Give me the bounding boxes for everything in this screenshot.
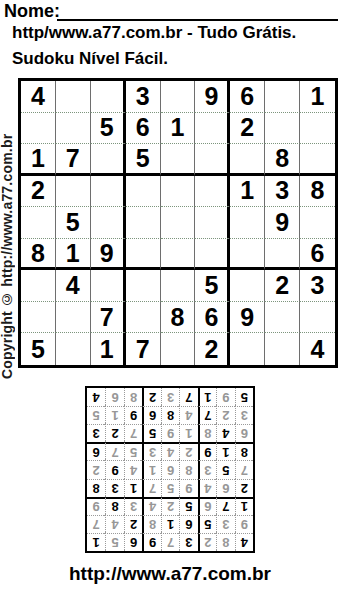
- puzzle-cell-r5c6[interactable]: [195, 207, 230, 239]
- solution-cell-r3c1: 1: [235, 497, 253, 515]
- puzzle-cell-r5c4[interactable]: [126, 207, 161, 239]
- puzzle-cell-r4c7: 1: [230, 176, 265, 208]
- solution-cell-r7c9: 3: [87, 424, 105, 442]
- solution-cell-r9c2: 9: [216, 388, 234, 406]
- solution-cell-r7c3: 8: [198, 424, 216, 442]
- solution-cell-r5c2: 5: [216, 460, 234, 478]
- puzzle-cell-r9c5[interactable]: [161, 333, 196, 365]
- puzzle-cell-r4c2[interactable]: [56, 176, 91, 208]
- puzzle-cell-r8c9[interactable]: [300, 302, 335, 334]
- puzzle-cell-r5c9[interactable]: [300, 207, 335, 239]
- name-label: Nome:: [4, 1, 60, 22]
- puzzle-cell-r2c7: 2: [230, 113, 265, 145]
- solution-cell-r2c9: 7: [87, 515, 105, 533]
- solution-cell-r6c4: 2: [179, 442, 197, 460]
- solution-cell-r2c3: 5: [198, 515, 216, 533]
- puzzle-cell-r9c1: 5: [21, 333, 56, 365]
- puzzle-cell-r8c1[interactable]: [21, 302, 56, 334]
- solution-cell-r9c5: 3: [161, 388, 179, 406]
- puzzle-cell-r4c6[interactable]: [195, 176, 230, 208]
- puzzle-cell-r7c7[interactable]: [230, 270, 265, 302]
- puzzle-cell-r5c3[interactable]: [91, 207, 126, 239]
- puzzle-cell-r6c5[interactable]: [161, 239, 196, 271]
- puzzle-level-title: Sudoku Nível Fácil.: [12, 49, 168, 69]
- solution-cell-r6c3: 9: [198, 442, 216, 460]
- solution-cell-r9c8: 6: [105, 388, 123, 406]
- solution-cell-r5c8: 9: [105, 460, 123, 478]
- solution-cell-r1c6: 9: [142, 533, 160, 551]
- solution-cell-r3c6: 4: [142, 497, 160, 515]
- puzzle-cell-r6c4[interactable]: [126, 239, 161, 271]
- solution-cell-r8c3: 7: [198, 406, 216, 424]
- solution-cell-r8c6: 6: [142, 406, 160, 424]
- puzzle-cell-r1c1: 4: [21, 81, 56, 113]
- puzzle-cell-r8c2[interactable]: [56, 302, 91, 334]
- puzzle-cell-r6c6[interactable]: [195, 239, 230, 271]
- puzzle-cell-r6c9: 6: [300, 239, 335, 271]
- solution-cell-r7c2: 4: [216, 424, 234, 442]
- puzzle-cell-r9c6: 2: [195, 333, 230, 365]
- puzzle-cell-r6c2: 1: [56, 239, 91, 271]
- puzzle-cell-r8c8[interactable]: [265, 302, 300, 334]
- solution-cell-r2c4: 6: [179, 515, 197, 533]
- solution-cell-r7c5: 9: [161, 424, 179, 442]
- puzzle-cell-r2c8[interactable]: [265, 113, 300, 145]
- puzzle-cell-r4c9: 8: [300, 176, 335, 208]
- puzzle-cell-r8c6: 6: [195, 302, 230, 334]
- puzzle-cell-r1c2[interactable]: [56, 81, 91, 113]
- solution-cell-r1c8: 5: [105, 533, 123, 551]
- puzzle-cell-r7c3[interactable]: [91, 270, 126, 302]
- solution-cell-r4c5: 5: [161, 479, 179, 497]
- solution-cell-r5c7: 4: [124, 460, 142, 478]
- puzzle-cell-r3c1: 1: [21, 144, 56, 176]
- puzzle-cell-r2c4: 6: [126, 113, 161, 145]
- puzzle-cell-r3c5[interactable]: [161, 144, 196, 176]
- solution-cell-r1c4: 3: [179, 533, 197, 551]
- puzzle-cell-r1c8[interactable]: [265, 81, 300, 113]
- solution-cell-r2c8: 4: [105, 515, 123, 533]
- puzzle-cell-r1c6: 9: [195, 81, 230, 113]
- solution-cell-r8c9: 5: [87, 406, 105, 424]
- solution-cell-r5c4: 8: [179, 460, 197, 478]
- solution-cell-r2c6: 8: [142, 515, 160, 533]
- solution-cell-r5c3: 3: [198, 460, 216, 478]
- solution-cell-r1c2: 8: [216, 533, 234, 551]
- puzzle-cell-r9c7[interactable]: [230, 333, 265, 365]
- solution-cell-r3c3: 6: [198, 497, 216, 515]
- site-title: http/www.a77.com.br - Tudo Grátis.: [12, 23, 296, 43]
- solution-cell-r4c2: 6: [216, 479, 234, 497]
- solution-cell-r5c6: 1: [142, 460, 160, 478]
- solution-cell-r5c1: 7: [235, 460, 253, 478]
- solution-cell-r8c8: 1: [105, 406, 123, 424]
- puzzle-cell-r7c2: 4: [56, 270, 91, 302]
- solution-cell-r9c7: 8: [124, 388, 142, 406]
- puzzle-cell-r1c3[interactable]: [91, 81, 126, 113]
- solution-cell-r7c6: 5: [142, 424, 160, 442]
- solution-cell-r3c5: 2: [161, 497, 179, 515]
- solution-cell-r4c3: 4: [198, 479, 216, 497]
- solution-cell-r9c1: 5: [235, 388, 253, 406]
- puzzle-cell-r1c7: 6: [230, 81, 265, 113]
- sudoku-solution-grid-rotated: 4823796519356182471765243892649571387538…: [85, 386, 255, 553]
- footer-url: http://www.a77.com.br: [0, 563, 340, 585]
- puzzle-cell-r2c3: 5: [91, 113, 126, 145]
- solution-cell-r4c4: 9: [179, 479, 197, 497]
- copyright-vertical-text: Copyright © http://www.a77.com.br: [0, 80, 18, 432]
- puzzle-cell-r9c4: 7: [126, 333, 161, 365]
- puzzle-cell-r9c9: 4: [300, 333, 335, 365]
- solution-cell-r9c9: 4: [87, 388, 105, 406]
- puzzle-cell-r4c5[interactable]: [161, 176, 196, 208]
- puzzle-cell-r6c8[interactable]: [265, 239, 300, 271]
- puzzle-cell-r7c9: 3: [300, 270, 335, 302]
- puzzle-cell-r8c7: 9: [230, 302, 265, 334]
- solution-cell-r1c5: 7: [161, 533, 179, 551]
- solution-cell-r2c7: 2: [124, 515, 142, 533]
- sudoku-puzzle-grid: 439615612175821385981964523786951724: [18, 78, 338, 368]
- solution-cell-r1c9: 1: [87, 533, 105, 551]
- puzzle-cell-r2c6[interactable]: [195, 113, 230, 145]
- solution-cell-r8c5: 8: [161, 406, 179, 424]
- solution-cell-r6c2: 1: [216, 442, 234, 460]
- puzzle-cell-r3c3[interactable]: [91, 144, 126, 176]
- solution-cell-r6c5: 4: [161, 442, 179, 460]
- solution-cell-r4c7: 1: [124, 479, 142, 497]
- puzzle-cell-r4c4[interactable]: [126, 176, 161, 208]
- puzzle-cell-r8c5: 8: [161, 302, 196, 334]
- puzzle-cell-r3c4: 5: [126, 144, 161, 176]
- puzzle-cell-r3c8: 8: [265, 144, 300, 176]
- puzzle-cell-r7c1[interactable]: [21, 270, 56, 302]
- solution-cell-r6c9: 6: [87, 442, 105, 460]
- name-blank-line: [57, 19, 338, 21]
- solution-cell-r7c7: 7: [124, 424, 142, 442]
- puzzle-cell-r8c3: 7: [91, 302, 126, 334]
- solution-cell-r8c7: 9: [124, 406, 142, 424]
- puzzle-cell-r6c7[interactable]: [230, 239, 265, 271]
- solution-cell-r2c2: 3: [216, 515, 234, 533]
- puzzle-cell-r5c8: 9: [265, 207, 300, 239]
- puzzle-cell-r4c3[interactable]: [91, 176, 126, 208]
- puzzle-cell-r9c2[interactable]: [56, 333, 91, 365]
- solution-cell-r2c1: 9: [235, 515, 253, 533]
- solution-cell-r7c1: 6: [235, 424, 253, 442]
- solution-cell-r9c6: 2: [142, 388, 160, 406]
- puzzle-cell-r6c1: 8: [21, 239, 56, 271]
- puzzle-cell-r9c8[interactable]: [265, 333, 300, 365]
- solution-cell-r9c4: 7: [179, 388, 197, 406]
- solution-cell-r5c9: 2: [87, 460, 105, 478]
- solution-cell-r6c8: 7: [105, 442, 123, 460]
- puzzle-cell-r1c9: 1: [300, 81, 335, 113]
- puzzle-cell-r2c5: 1: [161, 113, 196, 145]
- solution-cell-r4c1: 2: [235, 479, 253, 497]
- solution-cell-r7c8: 2: [105, 424, 123, 442]
- puzzle-cell-r3c7[interactable]: [230, 144, 265, 176]
- solution-cell-r3c8: 8: [105, 497, 123, 515]
- solution-cell-r4c9: 8: [87, 479, 105, 497]
- solution-cell-r6c6: 3: [142, 442, 160, 460]
- solution-cell-r6c1: 8: [235, 442, 253, 460]
- puzzle-cell-r6c3: 9: [91, 239, 126, 271]
- puzzle-cell-r4c8: 3: [265, 176, 300, 208]
- puzzle-cell-r5c2: 5: [56, 207, 91, 239]
- puzzle-cell-r5c7[interactable]: [230, 207, 265, 239]
- solution-cell-r8c1: 3: [235, 406, 253, 424]
- puzzle-cell-r3c6[interactable]: [195, 144, 230, 176]
- solution-cell-r6c7: 5: [124, 442, 142, 460]
- solution-cell-r7c4: 1: [179, 424, 197, 442]
- puzzle-cell-r8c4[interactable]: [126, 302, 161, 334]
- puzzle-cell-r7c6: 5: [195, 270, 230, 302]
- solution-cell-r8c2: 2: [216, 406, 234, 424]
- solution-cell-r3c7: 3: [124, 497, 142, 515]
- solution-cell-r2c5: 1: [161, 515, 179, 533]
- solution-cell-r4c6: 7: [142, 479, 160, 497]
- solution-cell-r4c8: 3: [105, 479, 123, 497]
- puzzle-cell-r5c1[interactable]: [21, 207, 56, 239]
- solution-cell-r3c4: 5: [179, 497, 197, 515]
- puzzle-cell-r9c3: 1: [91, 333, 126, 365]
- puzzle-cell-r5c5[interactable]: [161, 207, 196, 239]
- solution-cell-r9c3: 1: [198, 388, 216, 406]
- puzzle-cell-r2c1[interactable]: [21, 113, 56, 145]
- puzzle-cell-r3c9[interactable]: [300, 144, 335, 176]
- puzzle-cell-r7c5[interactable]: [161, 270, 196, 302]
- solution-cell-r5c5: 6: [161, 460, 179, 478]
- solution-cell-r1c7: 6: [124, 533, 142, 551]
- puzzle-cell-r7c8: 2: [265, 270, 300, 302]
- puzzle-cell-r7c4[interactable]: [126, 270, 161, 302]
- solution-cell-r3c9: 9: [87, 497, 105, 515]
- puzzle-cell-r4c1: 2: [21, 176, 56, 208]
- solution-cell-r8c4: 4: [179, 406, 197, 424]
- puzzle-cell-r2c9[interactable]: [300, 113, 335, 145]
- solution-cell-r1c3: 2: [198, 533, 216, 551]
- solution-cell-r1c1: 4: [235, 533, 253, 551]
- puzzle-cell-r3c2: 7: [56, 144, 91, 176]
- solution-cell-r3c2: 7: [216, 497, 234, 515]
- puzzle-cell-r1c5[interactable]: [161, 81, 196, 113]
- puzzle-cell-r1c4: 3: [126, 81, 161, 113]
- puzzle-cell-r2c2[interactable]: [56, 113, 91, 145]
